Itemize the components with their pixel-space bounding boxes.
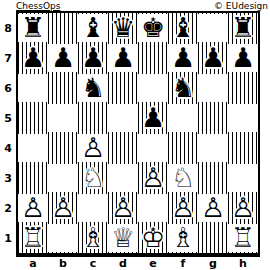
square-c4[interactable]: ♟♙ <box>78 133 108 163</box>
black-bishop[interactable]: ♝♝ <box>168 13 198 43</box>
square-f4[interactable] <box>168 133 198 163</box>
black-rook-glyph: ♜ <box>228 13 258 43</box>
square-f5[interactable] <box>168 103 198 133</box>
white-knight[interactable]: ♞♘ <box>168 163 198 193</box>
black-pawn[interactable]: ♟♟ <box>168 43 198 73</box>
file-label-b: b <box>48 257 78 270</box>
white-queen[interactable]: ♛♕ <box>108 223 138 253</box>
white-rook[interactable]: ♜♖ <box>228 223 258 253</box>
app-title-link[interactable]: ChessOps <box>16 1 60 11</box>
white-pawn-glyph: ♙ <box>78 133 108 163</box>
square-e3[interactable]: ♟♙ <box>138 163 168 193</box>
file-label-c: c <box>78 257 108 270</box>
square-e4[interactable] <box>138 133 168 163</box>
square-c7[interactable]: ♟♟ <box>78 43 108 73</box>
black-knight[interactable]: ♞♞ <box>168 73 198 103</box>
black-rook-glyph: ♜ <box>18 13 48 43</box>
square-c1[interactable]: ♝♗ <box>78 223 108 253</box>
square-f1[interactable]: ♝♗ <box>168 223 198 253</box>
file-label-g: g <box>198 257 228 270</box>
white-pawn-glyph: ♙ <box>48 193 78 223</box>
black-pawn-glyph: ♟ <box>168 43 198 73</box>
square-b3[interactable] <box>48 163 78 193</box>
black-pawn-glyph: ♟ <box>198 43 228 73</box>
black-pawn[interactable]: ♟♟ <box>18 43 48 73</box>
square-d1[interactable]: ♛♕ <box>108 223 138 253</box>
header-bar: ChessOps © EUdesign <box>0 0 270 11</box>
square-a5[interactable] <box>18 103 48 133</box>
black-pawn[interactable]: ♟♟ <box>138 103 168 133</box>
square-e8[interactable]: ♚♚ <box>138 13 168 43</box>
black-rook[interactable]: ♜♜ <box>228 13 258 43</box>
square-h8[interactable]: ♜♜ <box>228 13 258 43</box>
white-bishop-glyph: ♗ <box>78 223 108 253</box>
square-g2[interactable]: ♟♙ <box>198 193 228 223</box>
square-b6[interactable] <box>48 73 78 103</box>
black-pawn[interactable]: ♟♟ <box>48 43 78 73</box>
square-h1[interactable]: ♜♖ <box>228 223 258 253</box>
white-pawn[interactable]: ♟♙ <box>198 193 228 223</box>
file-label-e: e <box>138 257 168 270</box>
square-g5[interactable] <box>198 103 228 133</box>
black-pawn-glyph: ♟ <box>228 43 258 73</box>
square-h2[interactable]: ♟♙ <box>228 193 258 223</box>
black-bishop-glyph: ♝ <box>168 13 198 43</box>
square-c2[interactable] <box>78 193 108 223</box>
square-d3[interactable] <box>108 163 138 193</box>
rank-label-3: 3 <box>0 163 16 193</box>
white-rook-glyph: ♖ <box>228 223 258 253</box>
black-pawn[interactable]: ♟♟ <box>228 43 258 73</box>
square-a8[interactable]: ♜♜ <box>18 13 48 43</box>
white-pawn[interactable]: ♟♙ <box>228 193 258 223</box>
black-rook[interactable]: ♜♜ <box>18 13 48 43</box>
black-knight-glyph: ♞ <box>168 73 198 103</box>
white-queen-glyph: ♕ <box>108 223 138 253</box>
white-bishop[interactable]: ♝♗ <box>168 223 198 253</box>
black-bishop-glyph: ♝ <box>78 13 108 43</box>
white-pawn[interactable]: ♟♙ <box>78 133 108 163</box>
square-a7[interactable]: ♟♟ <box>18 43 48 73</box>
square-c5[interactable] <box>78 103 108 133</box>
black-queen[interactable]: ♛♛ <box>108 13 138 43</box>
black-queen-glyph: ♛ <box>108 13 138 43</box>
credit-text: © EUdesign <box>214 1 268 11</box>
square-d6[interactable] <box>108 73 138 103</box>
file-labels: abcdefgh <box>18 257 258 270</box>
rank-label-5: 5 <box>0 103 16 133</box>
square-f8[interactable]: ♝♝ <box>168 13 198 43</box>
square-h6[interactable] <box>228 73 258 103</box>
file-label-h: h <box>228 257 258 270</box>
file-label-d: d <box>108 257 138 270</box>
white-pawn-glyph: ♙ <box>108 193 138 223</box>
white-pawn-glyph: ♙ <box>198 193 228 223</box>
rank-labels: 87654321 <box>0 11 16 257</box>
white-pawn-glyph: ♙ <box>168 193 198 223</box>
white-pawn-glyph: ♙ <box>228 193 258 223</box>
square-e2[interactable] <box>138 193 168 223</box>
white-bishop[interactable]: ♝♗ <box>78 223 108 253</box>
square-e5[interactable]: ♟♟ <box>138 103 168 133</box>
white-pawn-glyph: ♙ <box>138 163 168 193</box>
white-knight-glyph: ♘ <box>78 163 108 193</box>
square-a6[interactable] <box>18 73 48 103</box>
black-king[interactable]: ♚♚ <box>138 13 168 43</box>
white-rook[interactable]: ♜♖ <box>18 223 48 253</box>
rank-label-8: 8 <box>0 13 16 43</box>
white-pawn[interactable]: ♟♙ <box>18 193 48 223</box>
square-a3[interactable] <box>18 163 48 193</box>
board-area: 87654321 ♜♜♝♝♛♛♚♚♝♝♜♜♟♟♟♟♟♟♟♟♟♟♟♟♟♟♞♞♞♞♟… <box>0 11 270 257</box>
white-knight[interactable]: ♞♘ <box>78 163 108 193</box>
square-b2[interactable]: ♟♙ <box>48 193 78 223</box>
black-knight[interactable]: ♞♞ <box>78 73 108 103</box>
square-h7[interactable]: ♟♟ <box>228 43 258 73</box>
square-g1[interactable] <box>198 223 228 253</box>
square-a2[interactable]: ♟♙ <box>18 193 48 223</box>
white-rook-glyph: ♖ <box>18 223 48 253</box>
black-king-glyph: ♚ <box>138 13 168 43</box>
rank-label-7: 7 <box>0 43 16 73</box>
chess-board: ♜♜♝♝♛♛♚♚♝♝♜♜♟♟♟♟♟♟♟♟♟♟♟♟♟♟♞♞♞♞♟♟♟♙♞♘♟♙♞♘… <box>16 11 260 257</box>
square-e7[interactable] <box>138 43 168 73</box>
square-g7[interactable]: ♟♟ <box>198 43 228 73</box>
square-f3[interactable]: ♞♘ <box>168 163 198 193</box>
square-c8[interactable]: ♝♝ <box>78 13 108 43</box>
square-g6[interactable] <box>198 73 228 103</box>
rank-label-4: 4 <box>0 133 16 163</box>
square-b7[interactable]: ♟♟ <box>48 43 78 73</box>
rank-label-1: 1 <box>0 223 16 253</box>
white-bishop-glyph: ♗ <box>168 223 198 253</box>
white-pawn[interactable]: ♟♙ <box>48 193 78 223</box>
rank-label-6: 6 <box>0 73 16 103</box>
white-knight-glyph: ♘ <box>168 163 198 193</box>
black-pawn-glyph: ♟ <box>138 103 168 133</box>
white-pawn[interactable]: ♟♙ <box>108 193 138 223</box>
square-d5[interactable] <box>108 103 138 133</box>
square-a4[interactable] <box>18 133 48 163</box>
square-d8[interactable]: ♛♛ <box>108 13 138 43</box>
file-label-a: a <box>18 257 48 270</box>
square-c3[interactable]: ♞♘ <box>78 163 108 193</box>
square-h5[interactable] <box>228 103 258 133</box>
white-king-glyph: ♔ <box>138 223 168 253</box>
square-d7[interactable]: ♟♟ <box>108 43 138 73</box>
square-g4[interactable] <box>198 133 228 163</box>
black-pawn[interactable]: ♟♟ <box>108 43 138 73</box>
black-bishop[interactable]: ♝♝ <box>78 13 108 43</box>
square-c6[interactable]: ♞♞ <box>78 73 108 103</box>
black-knight-glyph: ♞ <box>78 73 108 103</box>
square-f2[interactable]: ♟♙ <box>168 193 198 223</box>
square-d4[interactable] <box>108 133 138 163</box>
black-pawn[interactable]: ♟♟ <box>198 43 228 73</box>
square-h3[interactable] <box>228 163 258 193</box>
square-h4[interactable] <box>228 133 258 163</box>
black-pawn-glyph: ♟ <box>18 43 48 73</box>
square-g3[interactable] <box>198 163 228 193</box>
square-e1[interactable]: ♚♔ <box>138 223 168 253</box>
black-pawn[interactable]: ♟♟ <box>78 43 108 73</box>
black-pawn-glyph: ♟ <box>48 43 78 73</box>
white-king[interactable]: ♚♔ <box>138 223 168 253</box>
square-d2[interactable]: ♟♙ <box>108 193 138 223</box>
black-pawn-glyph: ♟ <box>108 43 138 73</box>
white-pawn[interactable]: ♟♙ <box>168 193 198 223</box>
square-b1[interactable] <box>48 223 78 253</box>
black-pawn-glyph: ♟ <box>78 43 108 73</box>
square-b4[interactable] <box>48 133 78 163</box>
white-pawn[interactable]: ♟♙ <box>138 163 168 193</box>
square-b8[interactable] <box>48 13 78 43</box>
square-a1[interactable]: ♜♖ <box>18 223 48 253</box>
square-b5[interactable] <box>48 103 78 133</box>
square-f7[interactable]: ♟♟ <box>168 43 198 73</box>
rank-label-2: 2 <box>0 193 16 223</box>
white-pawn-glyph: ♙ <box>18 193 48 223</box>
file-label-f: f <box>168 257 198 270</box>
square-f6[interactable]: ♞♞ <box>168 73 198 103</box>
square-g8[interactable] <box>198 13 228 43</box>
square-e6[interactable] <box>138 73 168 103</box>
